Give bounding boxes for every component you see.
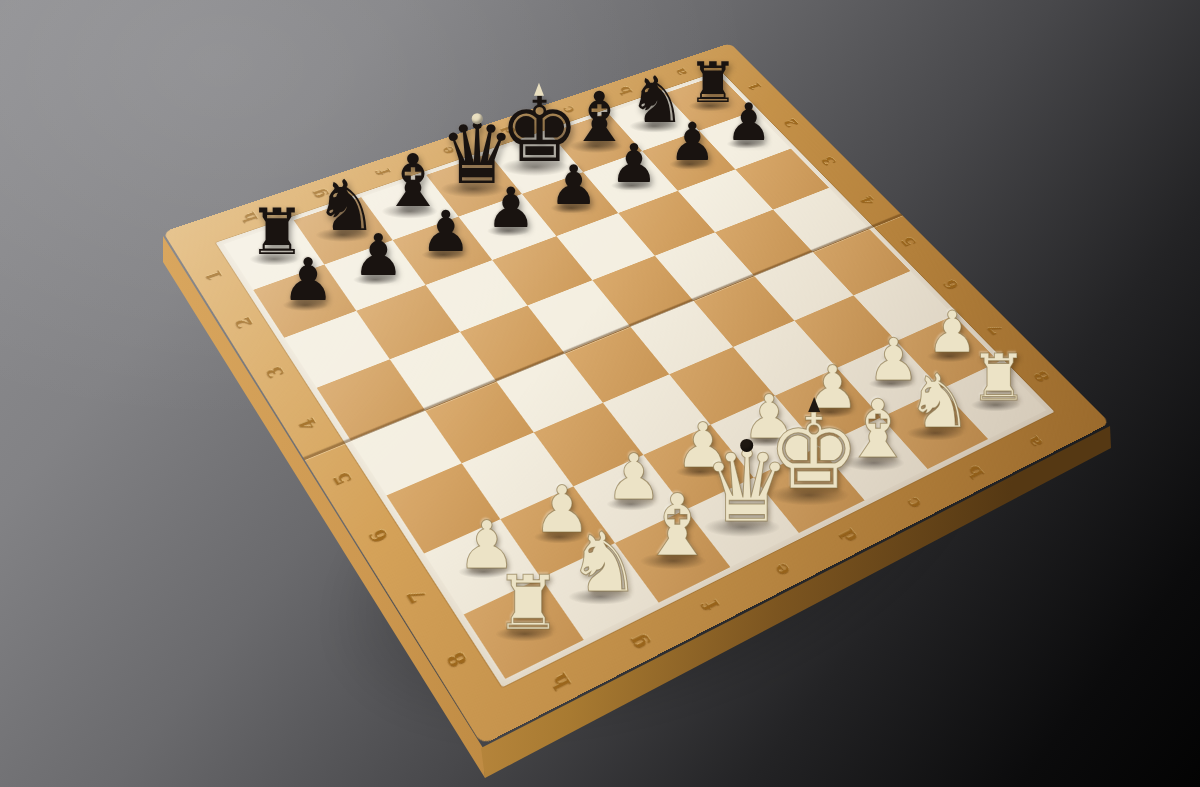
rank-label-left-7: 7 xyxy=(402,585,432,606)
black-pawn-h2: ♟ xyxy=(282,252,335,311)
black-pawn-f2: ♟ xyxy=(421,203,472,260)
black-pawn-a2: ♟ xyxy=(726,97,772,149)
file-label-near-f: f xyxy=(698,597,724,614)
rank-label-right-5: 5 xyxy=(897,235,920,249)
rank-label-right-8: 8 xyxy=(1029,368,1053,384)
rank-label-left-3: 3 xyxy=(261,364,288,381)
rank-label-left-6: 6 xyxy=(364,526,393,546)
rank-label-right-6: 6 xyxy=(939,277,963,292)
white-bishop-f8: ♝ xyxy=(639,483,716,568)
rank-label-right-2: 2 xyxy=(780,117,802,129)
black-pawn-g2: ♟ xyxy=(352,227,404,285)
rank-label-left-8: 8 xyxy=(441,648,472,671)
white-knight-b8: ♞ xyxy=(906,366,973,440)
king-cone-finial xyxy=(808,396,820,411)
file-label-near-a: a xyxy=(1022,433,1047,450)
rank-label-left-5: 5 xyxy=(328,469,357,488)
file-label-near-e: e xyxy=(767,560,794,579)
photo-scene: 1122334455667788hhggffeeddccbbaa ♜♞♝♛♚♝♞… xyxy=(0,0,1200,787)
file-label-near-b: b xyxy=(962,463,988,481)
black-pawn-d2: ♟ xyxy=(549,158,598,213)
white-rook-h8: ♜ xyxy=(494,565,561,640)
rank-label-right-4: 4 xyxy=(856,194,879,207)
rank-label-left-1: 1 xyxy=(200,268,226,283)
rank-label-left-4: 4 xyxy=(294,415,322,433)
rank-label-right-3: 3 xyxy=(817,155,839,168)
rank-label-right-7: 7 xyxy=(983,322,1007,337)
black-pawn-c2: ♟ xyxy=(610,137,658,191)
rank-label-left-2: 2 xyxy=(230,315,257,331)
queen-ball-finial xyxy=(472,113,483,124)
file-label-near-h: h xyxy=(545,670,576,694)
white-rook-a8: ♜ xyxy=(969,346,1027,411)
file-label-near-c: c xyxy=(900,494,926,512)
white-knight-g8: ♞ xyxy=(567,521,641,604)
file-label-near-d: d xyxy=(835,526,862,546)
king-cone-finial xyxy=(534,83,544,96)
white-queen-e8: ♛ xyxy=(703,437,792,536)
file-label-near-g: g xyxy=(622,632,652,654)
rank-label-right-1: 1 xyxy=(744,81,766,93)
queen-ball-finial xyxy=(741,439,754,452)
black-pawn-b2: ♟ xyxy=(669,116,716,169)
black-pawn-e2: ♟ xyxy=(486,180,536,236)
